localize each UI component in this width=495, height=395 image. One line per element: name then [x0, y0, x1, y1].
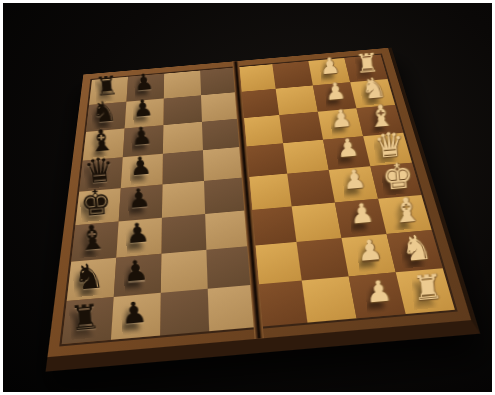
square-h7[interactable]: ♟: [110, 293, 160, 340]
square-g6[interactable]: [160, 250, 207, 293]
square-a5[interactable]: [200, 67, 238, 95]
square-h3[interactable]: [301, 276, 356, 322]
square-c4[interactable]: [240, 115, 282, 147]
piece-black-pawn[interactable]: ♟: [118, 288, 148, 339]
board-wood-frame: ♜♟♟♜♞♟♟♞♝♟♟♝♛♟♟♛♚♟♟♚♝♟♟♝♞♟♟♞♜♟♟♜: [45, 48, 480, 372]
square-h2[interactable]: ♟: [348, 272, 405, 318]
square-h1[interactable]: ♜: [395, 268, 454, 314]
board-perspective: ♜♟♟♜♞♟♟♞♝♟♟♝♛♟♟♛♚♟♟♚♝♟♟♝♞♟♟♞♜♟♟♜: [45, 48, 480, 372]
square-h8[interactable]: ♜: [61, 297, 113, 344]
square-a3[interactable]: [272, 61, 313, 89]
square-d3[interactable]: [283, 140, 329, 174]
square-g5[interactable]: [206, 246, 254, 289]
square-e6[interactable]: [161, 181, 204, 218]
square-f6[interactable]: [161, 214, 206, 254]
piece-white-rook[interactable]: ♜: [410, 262, 445, 314]
square-d6[interactable]: [162, 150, 204, 184]
square-e3[interactable]: [287, 170, 335, 206]
square-b6[interactable]: [163, 95, 202, 125]
square-f3[interactable]: [291, 203, 341, 242]
square-h6[interactable]: [160, 289, 209, 336]
square-a6[interactable]: [163, 70, 200, 98]
square-b3[interactable]: [275, 85, 317, 115]
photo-frame: ♜♟♟♜♞♟♟♞♝♟♟♝♛♟♟♛♚♟♟♚♝♟♟♝♞♟♟♞♜♟♟♜: [0, 0, 495, 395]
square-a4[interactable]: [236, 64, 275, 92]
board-scene: ♜♟♟♜♞♟♟♞♝♟♟♝♛♟♟♛♚♟♟♚♝♟♟♝♞♟♟♞♜♟♟♜: [51, 0, 444, 383]
square-g3[interactable]: [296, 238, 348, 281]
piece-white-pawn[interactable]: ♟: [363, 266, 393, 317]
square-d4[interactable]: [242, 143, 286, 177]
square-c3[interactable]: [279, 112, 323, 144]
piece-black-rook[interactable]: ♜: [67, 292, 102, 344]
chessboard[interactable]: ♜♟♟♜♞♟♟♞♝♟♟♝♛♟♟♛♚♟♟♚♝♟♟♝♞♟♟♞♜♟♟♜: [61, 55, 454, 344]
square-c6[interactable]: [162, 122, 202, 154]
square-e5[interactable]: [203, 177, 247, 214]
